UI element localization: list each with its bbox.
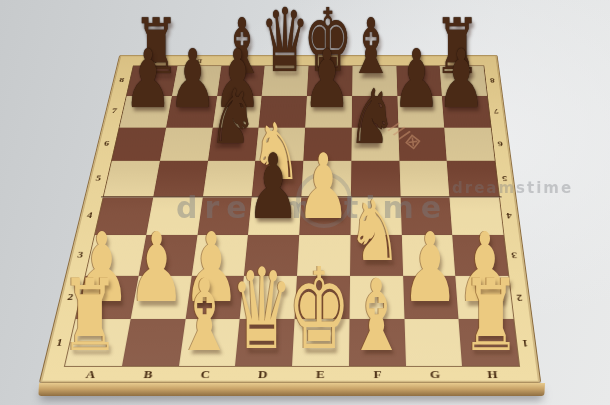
square-g1[interactable] xyxy=(404,319,462,366)
black-pawn-icon: ♟ xyxy=(437,39,485,120)
black-pawn-icon: ♟ xyxy=(246,141,300,231)
white-king-icon: ♚ xyxy=(288,254,351,366)
square-b5[interactable] xyxy=(153,161,207,197)
rank-label-right-6: 6 xyxy=(490,127,511,161)
white-pawn-icon: ♟ xyxy=(402,220,459,316)
rank-label-right-7: 7 xyxy=(486,95,506,127)
chess-photo-stage: ABCDEFGH ABCDEFGH 87654321 87654321 ♜♝♛♚… xyxy=(0,0,610,405)
black-pawn-icon: ♟ xyxy=(124,39,172,120)
square-a6[interactable] xyxy=(112,127,166,161)
white-queen-icon: ♛ xyxy=(231,254,294,366)
black-pawn-h7[interactable]: ♟ xyxy=(437,66,485,120)
white-pawn-icon: ♟ xyxy=(297,141,351,231)
square-h5[interactable] xyxy=(447,161,499,197)
file-label-g: G xyxy=(406,365,464,382)
file-label-b: B xyxy=(118,365,178,382)
white-bishop-icon: ♝ xyxy=(347,267,406,366)
square-a5[interactable] xyxy=(104,161,160,197)
white-pawn-g2[interactable]: ♟ xyxy=(402,252,459,316)
white-king-e1[interactable]: ♚ xyxy=(288,296,351,366)
black-knight-f6[interactable]: ♞ xyxy=(348,102,396,156)
black-knight-icon: ♞ xyxy=(348,80,396,156)
white-rook-a1[interactable]: ♜ xyxy=(60,300,119,366)
white-rook-h1[interactable]: ♜ xyxy=(462,300,521,366)
black-pawn-a7[interactable]: ♟ xyxy=(124,66,172,120)
black-pawn-d4[interactable]: ♟ xyxy=(246,171,300,231)
rank-label-right-8: 8 xyxy=(483,65,502,95)
white-rook-icon: ♜ xyxy=(462,267,521,366)
rank-label-right-5: 5 xyxy=(494,161,516,197)
white-bishop-icon: ♝ xyxy=(175,267,234,366)
white-pawn-e4[interactable]: ♟ xyxy=(297,171,351,231)
square-g6[interactable] xyxy=(398,127,447,161)
white-bishop-c1[interactable]: ♝ xyxy=(175,300,234,366)
black-pawn-g7[interactable]: ♟ xyxy=(392,66,440,120)
black-pawn-icon: ♟ xyxy=(392,39,440,120)
square-g5[interactable] xyxy=(399,161,450,197)
board-front-edge xyxy=(38,383,545,396)
black-pawn-e7[interactable]: ♟ xyxy=(303,66,351,120)
square-b6[interactable] xyxy=(160,127,213,161)
white-bishop-f1[interactable]: ♝ xyxy=(347,300,406,366)
square-h6[interactable] xyxy=(444,127,494,161)
black-pawn-icon: ♟ xyxy=(303,39,351,120)
white-rook-icon: ♜ xyxy=(60,267,119,366)
white-queen-d1[interactable]: ♛ xyxy=(231,296,294,366)
